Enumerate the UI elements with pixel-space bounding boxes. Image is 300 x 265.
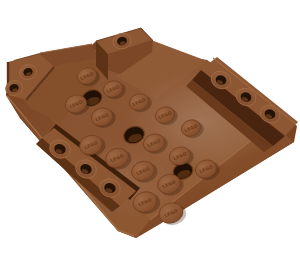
product-image: Reddish Brown LEGO inverted wedge piece … xyxy=(0,0,300,265)
lego-piece: LEGOLEGOLEGOLEGOLEGOLEGOLEGOLEGOLEGOLEGO… xyxy=(4,28,298,238)
lego-piece-render: Reddish Brown LEGO inverted wedge piece … xyxy=(0,0,300,265)
